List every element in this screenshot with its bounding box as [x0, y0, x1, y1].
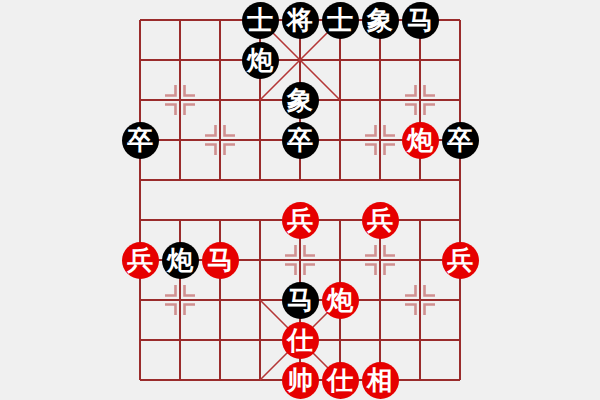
piece-glyph: 卒: [442, 122, 479, 159]
xiangqi-screen: 士将士象马炮象卒卒炮卒兵兵兵炮马兵马炮仕帅仕相: [0, 0, 600, 400]
piece-red-soldier[interactable]: 兵: [280, 200, 320, 240]
piece-black-elephant[interactable]: 象: [280, 80, 320, 120]
piece-glyph: 兵: [442, 242, 479, 279]
piece-glyph: 士: [322, 2, 359, 39]
piece-glyph: 炮: [242, 42, 279, 79]
piece-black-elephant[interactable]: 象: [360, 0, 400, 40]
piece-red-soldier[interactable]: 兵: [440, 240, 480, 280]
piece-glyph: 兵: [122, 242, 159, 279]
piece-black-general[interactable]: 将: [280, 0, 320, 40]
piece-glyph: 象: [362, 2, 399, 39]
piece-red-soldier[interactable]: 兵: [120, 240, 160, 280]
piece-black-cannon[interactable]: 炮: [160, 240, 200, 280]
piece-red-cannon[interactable]: 炮: [320, 280, 360, 320]
piece-glyph: 象: [282, 82, 319, 119]
piece-glyph: 炮: [402, 122, 439, 159]
piece-red-advisor[interactable]: 仕: [320, 360, 360, 400]
piece-glyph: 卒: [282, 122, 319, 159]
xiangqi-board[interactable]: 士将士象马炮象卒卒炮卒兵兵兵炮马兵马炮仕帅仕相: [120, 0, 480, 400]
piece-red-horse[interactable]: 马: [200, 240, 240, 280]
piece-black-soldier[interactable]: 卒: [280, 120, 320, 160]
piece-glyph: 仕: [282, 322, 319, 359]
piece-black-cannon[interactable]: 炮: [240, 40, 280, 80]
piece-glyph: 士: [242, 2, 279, 39]
piece-red-advisor[interactable]: 仕: [280, 320, 320, 360]
piece-black-advisor[interactable]: 士: [240, 0, 280, 40]
piece-glyph: 马: [202, 242, 239, 279]
piece-glyph: 兵: [362, 202, 399, 239]
piece-red-cannon[interactable]: 炮: [400, 120, 440, 160]
piece-black-soldier[interactable]: 卒: [120, 120, 160, 160]
piece-glyph: 兵: [282, 202, 319, 239]
piece-glyph: 卒: [122, 122, 159, 159]
piece-black-advisor[interactable]: 士: [320, 0, 360, 40]
piece-glyph: 炮: [162, 242, 199, 279]
piece-glyph: 炮: [322, 282, 359, 319]
piece-black-soldier[interactable]: 卒: [440, 120, 480, 160]
piece-glyph: 帅: [282, 362, 319, 399]
piece-glyph: 仕: [322, 362, 359, 399]
piece-glyph: 马: [402, 2, 439, 39]
piece-glyph: 马: [282, 282, 319, 319]
piece-glyph: 相: [362, 362, 399, 399]
piece-black-horse[interactable]: 马: [400, 0, 440, 40]
piece-red-soldier[interactable]: 兵: [360, 200, 400, 240]
piece-black-horse[interactable]: 马: [280, 280, 320, 320]
piece-red-elephant[interactable]: 相: [360, 360, 400, 400]
piece-glyph: 将: [282, 2, 319, 39]
piece-red-general[interactable]: 帅: [280, 360, 320, 400]
